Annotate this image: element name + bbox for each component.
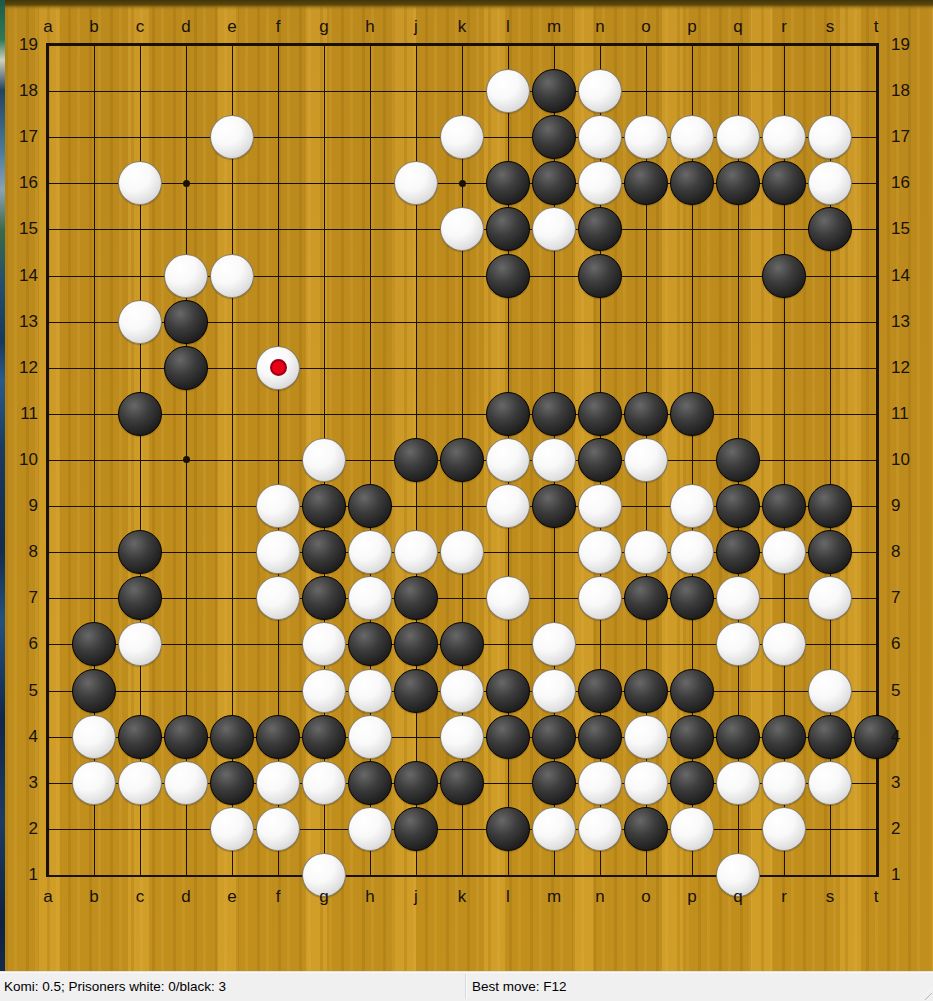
intersection-c6[interactable] (117, 621, 163, 667)
intersection-d4[interactable] (163, 714, 209, 760)
intersection-p11[interactable] (669, 391, 715, 437)
intersection-m18[interactable] (531, 68, 577, 114)
intersection-m2[interactable] (531, 806, 577, 852)
intersection-g12[interactable] (301, 345, 347, 391)
intersection-c4[interactable] (117, 714, 163, 760)
intersection-d5[interactable] (163, 668, 209, 714)
intersection-n6[interactable] (577, 621, 623, 667)
intersection-j13[interactable] (393, 299, 439, 345)
intersection-n17[interactable] (577, 114, 623, 160)
intersection-f4[interactable] (255, 714, 301, 760)
intersection-n18[interactable] (577, 68, 623, 114)
intersection-b18[interactable] (71, 68, 117, 114)
intersection-e5[interactable] (209, 668, 255, 714)
intersection-d3[interactable] (163, 760, 209, 806)
intersection-m15[interactable] (531, 206, 577, 252)
intersection-o9[interactable] (623, 483, 669, 529)
intersection-f14[interactable] (255, 253, 301, 299)
intersection-m5[interactable] (531, 668, 577, 714)
intersection-c5[interactable] (117, 668, 163, 714)
intersection-k2[interactable] (439, 806, 485, 852)
intersection-m7[interactable] (531, 575, 577, 621)
intersection-f10[interactable] (255, 437, 301, 483)
intersection-e13[interactable] (209, 299, 255, 345)
intersection-j11[interactable] (393, 391, 439, 437)
intersection-d9[interactable] (163, 483, 209, 529)
intersection-d14[interactable] (163, 253, 209, 299)
intersection-k6[interactable] (439, 621, 485, 667)
coord-right-5: 5 (891, 680, 931, 702)
intersection-h16[interactable] (347, 160, 393, 206)
intersection-l5[interactable] (485, 668, 531, 714)
intersection-o2[interactable] (623, 806, 669, 852)
intersection-h15[interactable] (347, 206, 393, 252)
intersection-o5[interactable] (623, 668, 669, 714)
intersection-j9[interactable] (393, 483, 439, 529)
black-stone-o5 (624, 669, 668, 713)
intersection-h4[interactable] (347, 714, 393, 760)
intersection-l12[interactable] (485, 345, 531, 391)
intersection-q6[interactable] (715, 621, 761, 667)
intersection-q17[interactable] (715, 114, 761, 160)
intersection-f15[interactable] (255, 206, 301, 252)
intersection-g10[interactable] (301, 437, 347, 483)
intersection-e17[interactable] (209, 114, 255, 160)
intersection-n2[interactable] (577, 806, 623, 852)
intersection-b16[interactable] (71, 160, 117, 206)
intersection-s6[interactable] (807, 621, 853, 667)
intersection-d16[interactable] (163, 160, 209, 206)
intersection-f16[interactable] (255, 160, 301, 206)
intersection-q12[interactable] (715, 345, 761, 391)
intersection-n5[interactable] (577, 668, 623, 714)
intersection-o18[interactable] (623, 68, 669, 114)
intersection-e8[interactable] (209, 529, 255, 575)
intersection-n15[interactable] (577, 206, 623, 252)
intersection-c18[interactable] (117, 68, 163, 114)
intersection-f13[interactable] (255, 299, 301, 345)
intersection-f8[interactable] (255, 529, 301, 575)
white-stone-c3 (118, 761, 162, 805)
intersection-e16[interactable] (209, 160, 255, 206)
intersection-f18[interactable] (255, 68, 301, 114)
intersection-r3[interactable] (761, 760, 807, 806)
intersection-f5[interactable] (255, 668, 301, 714)
intersection-q11[interactable] (715, 391, 761, 437)
intersection-r6[interactable] (761, 621, 807, 667)
intersection-j17[interactable] (393, 114, 439, 160)
intersection-r16[interactable] (761, 160, 807, 206)
intersection-p13[interactable] (669, 299, 715, 345)
intersection-r9[interactable] (761, 483, 807, 529)
intersection-h2[interactable] (347, 806, 393, 852)
intersection-l8[interactable] (485, 529, 531, 575)
intersection-m11[interactable] (531, 391, 577, 437)
intersection-g14[interactable] (301, 253, 347, 299)
coord-right-9: 9 (891, 495, 931, 517)
intersection-g17[interactable] (301, 114, 347, 160)
intersection-g16[interactable] (301, 160, 347, 206)
intersection-r14[interactable] (761, 253, 807, 299)
intersection-r18[interactable] (761, 68, 807, 114)
intersection-q7[interactable] (715, 575, 761, 621)
intersection-h3[interactable] (347, 760, 393, 806)
intersection-d13[interactable] (163, 299, 209, 345)
black-stone-l2 (486, 807, 530, 851)
intersection-p5[interactable] (669, 668, 715, 714)
intersection-l17[interactable] (485, 114, 531, 160)
intersection-o7[interactable] (623, 575, 669, 621)
intersection-o12[interactable] (623, 345, 669, 391)
intersection-n11[interactable] (577, 391, 623, 437)
intersection-k15[interactable] (439, 206, 485, 252)
intersection-d6[interactable] (163, 621, 209, 667)
intersection-e3[interactable] (209, 760, 255, 806)
intersection-b15[interactable] (71, 206, 117, 252)
intersection-s13[interactable] (807, 299, 853, 345)
intersection-l2[interactable] (485, 806, 531, 852)
intersection-b14[interactable] (71, 253, 117, 299)
intersection-n3[interactable] (577, 760, 623, 806)
intersection-e14[interactable] (209, 253, 255, 299)
intersection-s14[interactable] (807, 253, 853, 299)
intersection-g15[interactable] (301, 206, 347, 252)
intersection-b7[interactable] (71, 575, 117, 621)
intersection-r13[interactable] (761, 299, 807, 345)
intersection-s4[interactable] (807, 714, 853, 760)
intersection-d7[interactable] (163, 575, 209, 621)
intersection-p8[interactable] (669, 529, 715, 575)
intersection-e10[interactable] (209, 437, 255, 483)
intersection-r7[interactable] (761, 575, 807, 621)
intersection-c9[interactable] (117, 483, 163, 529)
intersection-h5[interactable] (347, 668, 393, 714)
intersection-h17[interactable] (347, 114, 393, 160)
intersection-m8[interactable] (531, 529, 577, 575)
intersection-r15[interactable] (761, 206, 807, 252)
intersection-p6[interactable] (669, 621, 715, 667)
intersection-s8[interactable] (807, 529, 853, 575)
intersection-o4[interactable] (623, 714, 669, 760)
intersection-j4[interactable] (393, 714, 439, 760)
intersection-h7[interactable] (347, 575, 393, 621)
intersection-l10[interactable] (485, 437, 531, 483)
intersection-p3[interactable] (669, 760, 715, 806)
intersection-l16[interactable] (485, 160, 531, 206)
intersection-f9[interactable] (255, 483, 301, 529)
intersection-r12[interactable] (761, 345, 807, 391)
intersection-b11[interactable] (71, 391, 117, 437)
intersection-l4[interactable] (485, 714, 531, 760)
intersection-m17[interactable] (531, 114, 577, 160)
intersection-c13[interactable] (117, 299, 163, 345)
intersection-q4[interactable] (715, 714, 761, 760)
intersection-o16[interactable] (623, 160, 669, 206)
coord-left-3: 3 (4, 772, 38, 794)
intersection-k11[interactable] (439, 391, 485, 437)
intersection-s5[interactable] (807, 668, 853, 714)
intersection-n8[interactable] (577, 529, 623, 575)
intersection-k9[interactable] (439, 483, 485, 529)
intersection-l3[interactable] (485, 760, 531, 806)
intersection-p4[interactable] (669, 714, 715, 760)
intersection-c16[interactable] (117, 160, 163, 206)
intersection-c8[interactable] (117, 529, 163, 575)
intersection-p18[interactable] (669, 68, 715, 114)
intersection-r11[interactable] (761, 391, 807, 437)
coord-bottom-t: t (864, 886, 888, 908)
intersection-o15[interactable] (623, 206, 669, 252)
intersection-q15[interactable] (715, 206, 761, 252)
intersection-c7[interactable] (117, 575, 163, 621)
intersection-p10[interactable] (669, 437, 715, 483)
intersection-q9[interactable] (715, 483, 761, 529)
intersection-d2[interactable] (163, 806, 209, 852)
intersection-h9[interactable] (347, 483, 393, 529)
intersection-j16[interactable] (393, 160, 439, 206)
intersection-d17[interactable] (163, 114, 209, 160)
intersection-g8[interactable] (301, 529, 347, 575)
intersection-j7[interactable] (393, 575, 439, 621)
intersection-f7[interactable] (255, 575, 301, 621)
intersection-b9[interactable] (71, 483, 117, 529)
intersection-g2[interactable] (301, 806, 347, 852)
intersection-f2[interactable] (255, 806, 301, 852)
intersection-j12[interactable] (393, 345, 439, 391)
intersection-c3[interactable] (117, 760, 163, 806)
intersection-r5[interactable] (761, 668, 807, 714)
intersection-q2[interactable] (715, 806, 761, 852)
intersection-g4[interactable] (301, 714, 347, 760)
intersection-g18[interactable] (301, 68, 347, 114)
intersection-e18[interactable] (209, 68, 255, 114)
intersection-s2[interactable] (807, 806, 853, 852)
intersection-o6[interactable] (623, 621, 669, 667)
intersection-h12[interactable] (347, 345, 393, 391)
intersection-q13[interactable] (715, 299, 761, 345)
intersection-p2[interactable] (669, 806, 715, 852)
intersection-c2[interactable] (117, 806, 163, 852)
intersection-h13[interactable] (347, 299, 393, 345)
intersection-k10[interactable] (439, 437, 485, 483)
intersection-m12[interactable] (531, 345, 577, 391)
intersection-c14[interactable] (117, 253, 163, 299)
intersection-o3[interactable] (623, 760, 669, 806)
intersection-k18[interactable] (439, 68, 485, 114)
intersection-p12[interactable] (669, 345, 715, 391)
intersection-o8[interactable] (623, 529, 669, 575)
intersection-h6[interactable] (347, 621, 393, 667)
intersection-s16[interactable] (807, 160, 853, 206)
intersection-p16[interactable] (669, 160, 715, 206)
white-stone-c13 (118, 300, 162, 344)
intersection-j5[interactable] (393, 668, 439, 714)
intersection-k12[interactable] (439, 345, 485, 391)
intersection-p17[interactable] (669, 114, 715, 160)
intersection-r8[interactable] (761, 529, 807, 575)
intersection-c10[interactable] (117, 437, 163, 483)
intersection-k5[interactable] (439, 668, 485, 714)
intersection-k4[interactable] (439, 714, 485, 760)
intersection-l9[interactable] (485, 483, 531, 529)
intersection-q10[interactable] (715, 437, 761, 483)
intersection-l13[interactable] (485, 299, 531, 345)
intersection-o14[interactable] (623, 253, 669, 299)
intersection-g13[interactable] (301, 299, 347, 345)
intersection-s12[interactable] (807, 345, 853, 391)
intersection-p9[interactable] (669, 483, 715, 529)
intersection-d8[interactable] (163, 529, 209, 575)
intersection-f3[interactable] (255, 760, 301, 806)
intersection-j18[interactable] (393, 68, 439, 114)
intersection-b13[interactable] (71, 299, 117, 345)
resize-grip[interactable] (919, 987, 932, 1000)
intersection-n12[interactable] (577, 345, 623, 391)
intersection-j3[interactable] (393, 760, 439, 806)
intersection-s18[interactable] (807, 68, 853, 114)
intersection-b10[interactable] (71, 437, 117, 483)
intersection-b6[interactable] (71, 621, 117, 667)
intersection-s7[interactable] (807, 575, 853, 621)
intersection-l7[interactable] (485, 575, 531, 621)
intersection-s17[interactable] (807, 114, 853, 160)
intersection-s9[interactable] (807, 483, 853, 529)
intersection-b3[interactable] (71, 760, 117, 806)
intersection-e11[interactable] (209, 391, 255, 437)
intersection-k17[interactable] (439, 114, 485, 160)
intersection-s10[interactable] (807, 437, 853, 483)
intersection-k13[interactable] (439, 299, 485, 345)
intersection-l14[interactable] (485, 253, 531, 299)
intersection-m6[interactable] (531, 621, 577, 667)
intersection-o13[interactable] (623, 299, 669, 345)
intersection-s11[interactable] (807, 391, 853, 437)
intersection-b8[interactable] (71, 529, 117, 575)
intersection-m14[interactable] (531, 253, 577, 299)
intersection-m16[interactable] (531, 160, 577, 206)
intersection-k3[interactable] (439, 760, 485, 806)
intersection-q5[interactable] (715, 668, 761, 714)
intersection-n13[interactable] (577, 299, 623, 345)
intersection-c11[interactable] (117, 391, 163, 437)
intersection-b12[interactable] (71, 345, 117, 391)
intersection-k7[interactable] (439, 575, 485, 621)
white-stone-c16 (118, 161, 162, 205)
intersection-h14[interactable] (347, 253, 393, 299)
intersection-e12[interactable] (209, 345, 255, 391)
intersection-q16[interactable] (715, 160, 761, 206)
intersection-f17[interactable] (255, 114, 301, 160)
intersection-j2[interactable] (393, 806, 439, 852)
intersection-b2[interactable] (71, 806, 117, 852)
intersection-m3[interactable] (531, 760, 577, 806)
intersection-f11[interactable] (255, 391, 301, 437)
intersection-j14[interactable] (393, 253, 439, 299)
intersection-s3[interactable] (807, 760, 853, 806)
intersection-n4[interactable] (577, 714, 623, 760)
intersection-g9[interactable] (301, 483, 347, 529)
intersection-r10[interactable] (761, 437, 807, 483)
intersection-e7[interactable] (209, 575, 255, 621)
intersection-m13[interactable] (531, 299, 577, 345)
intersection-h11[interactable] (347, 391, 393, 437)
intersection-b5[interactable] (71, 668, 117, 714)
intersection-o17[interactable] (623, 114, 669, 160)
intersection-b4[interactable] (71, 714, 117, 760)
intersection-h18[interactable] (347, 68, 393, 114)
intersection-l15[interactable] (485, 206, 531, 252)
intersection-j6[interactable] (393, 621, 439, 667)
intersection-q14[interactable] (715, 253, 761, 299)
intersection-c17[interactable] (117, 114, 163, 160)
intersection-c12[interactable] (117, 345, 163, 391)
intersection-e9[interactable] (209, 483, 255, 529)
intersection-r2[interactable] (761, 806, 807, 852)
intersection-k16[interactable] (439, 160, 485, 206)
intersection-d11[interactable] (163, 391, 209, 437)
intersection-j8[interactable] (393, 529, 439, 575)
intersection-d10[interactable] (163, 437, 209, 483)
intersection-h10[interactable] (347, 437, 393, 483)
intersection-d12[interactable] (163, 345, 209, 391)
intersection-n10[interactable] (577, 437, 623, 483)
coord-top-p: p (680, 16, 704, 38)
intersection-l6[interactable] (485, 621, 531, 667)
intersection-k8[interactable] (439, 529, 485, 575)
intersection-o11[interactable] (623, 391, 669, 437)
intersection-q8[interactable] (715, 529, 761, 575)
intersection-c15[interactable] (117, 206, 163, 252)
intersection-j10[interactable] (393, 437, 439, 483)
intersection-d15[interactable] (163, 206, 209, 252)
intersection-m10[interactable] (531, 437, 577, 483)
intersection-p15[interactable] (669, 206, 715, 252)
intersection-r4[interactable] (761, 714, 807, 760)
intersection-g5[interactable] (301, 668, 347, 714)
intersection-n7[interactable] (577, 575, 623, 621)
intersection-j15[interactable] (393, 206, 439, 252)
intersection-s15[interactable] (807, 206, 853, 252)
intersection-g3[interactable] (301, 760, 347, 806)
intersection-l18[interactable] (485, 68, 531, 114)
intersection-r17[interactable] (761, 114, 807, 160)
intersection-e15[interactable] (209, 206, 255, 252)
intersection-b17[interactable] (71, 114, 117, 160)
intersection-q3[interactable] (715, 760, 761, 806)
intersection-q18[interactable] (715, 68, 761, 114)
intersection-d18[interactable] (163, 68, 209, 114)
intersection-g11[interactable] (301, 391, 347, 437)
intersection-g6[interactable] (301, 621, 347, 667)
intersection-p14[interactable] (669, 253, 715, 299)
intersection-k14[interactable] (439, 253, 485, 299)
intersection-n14[interactable] (577, 253, 623, 299)
intersection-g7[interactable] (301, 575, 347, 621)
intersection-n9[interactable] (577, 483, 623, 529)
intersection-m9[interactable] (531, 483, 577, 529)
intersection-p7[interactable] (669, 575, 715, 621)
intersection-e6[interactable] (209, 621, 255, 667)
intersection-l11[interactable] (485, 391, 531, 437)
intersection-f6[interactable] (255, 621, 301, 667)
intersection-e2[interactable] (209, 806, 255, 852)
intersection-m4[interactable] (531, 714, 577, 760)
intersection-e4[interactable] (209, 714, 255, 760)
intersection-n16[interactable] (577, 160, 623, 206)
intersection-h8[interactable] (347, 529, 393, 575)
intersection-f12[interactable] (255, 345, 301, 391)
intersection-o10[interactable] (623, 437, 669, 483)
